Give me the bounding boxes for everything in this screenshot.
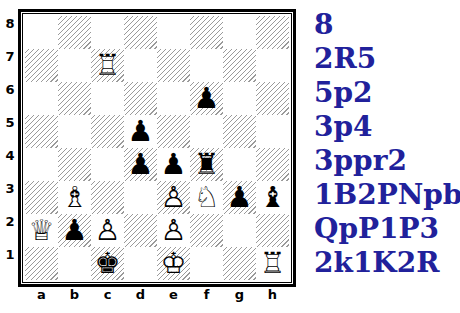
black-pawn: ♟ [124,115,157,148]
file-labels: a b c d e f g h [25,287,296,307]
piece-fill-layer: ♝ [58,181,91,214]
square-e3: ♟♙ [157,181,190,214]
square-b4 [58,148,91,181]
rank-labels: 8 7 6 5 4 3 2 1 [2,9,18,280]
square-e2: ♟♙ [157,214,190,247]
file-label-a: a [25,287,58,307]
square-g4 [223,148,256,181]
black-rook: ♜ [190,148,223,181]
white-rook: ♖ [256,247,289,280]
file-label-f: f [190,287,223,307]
file-label-b: b [58,287,91,307]
piece-fill-layer: ♛ [25,214,58,247]
square-f3: ♞♘ [190,181,223,214]
black-pawn: ♟ [58,214,91,247]
square-c6 [91,82,124,115]
square-h3: ♝♝ [256,181,289,214]
white-knight: ♘ [190,181,223,214]
square-h1: ♜♖ [256,247,289,280]
fen-notation-panel: 8 2R5 5p2 3p4 3ppr2 1B2PNpb QpP1P3 2k1K2… [314,8,460,280]
rank-label-1: 1 [2,247,18,280]
piece-fill-layer: ♟ [58,214,91,247]
file-label-g: g [223,287,256,307]
square-c2: ♟♙ [91,214,124,247]
square-f1 [190,247,223,280]
board-border-outer: ♜♖♟♟♟♟♟♟♟♟♜♜♝♗♟♙♞♘♟♟♝♝♛♕♟♟♟♙♟♙♚♚♚♔♜♖ [18,9,296,287]
square-f2 [190,214,223,247]
square-g5 [223,115,256,148]
square-h4 [256,148,289,181]
piece-fill-layer: ♚ [91,247,124,280]
piece-fill-layer: ♟ [124,148,157,181]
chess-diagram: 8 7 6 5 4 3 2 1 ♜♖♟♟♟♟♟♟♟♟♜♜♝♗♟♙♞♘♟♟♝♝♛♕… [2,9,296,307]
square-a3 [25,181,58,214]
square-b7 [58,49,91,82]
square-b8 [58,16,91,49]
square-d2 [124,214,157,247]
fen-line-rank6: 5p2 [314,76,460,110]
square-c8 [91,16,124,49]
piece-fill-layer: ♜ [256,247,289,280]
square-b6 [58,82,91,115]
square-a1 [25,247,58,280]
square-e6 [157,82,190,115]
black-pawn: ♟ [190,82,223,115]
rank-label-7: 7 [2,49,18,82]
square-a8 [25,16,58,49]
fen-line-rank4: 3ppr2 [314,144,460,178]
piece-fill-layer: ♝ [256,181,289,214]
square-g1 [223,247,256,280]
rank-label-8: 8 [2,16,18,49]
square-e4: ♟♟ [157,148,190,181]
file-label-d: d [124,287,157,307]
square-h2 [256,214,289,247]
piece-fill-layer: ♜ [190,148,223,181]
piece-fill-layer: ♟ [157,148,190,181]
square-h8 [256,16,289,49]
piece-fill-layer: ♚ [157,247,190,280]
rank-label-5: 5 [2,115,18,148]
file-label-h: h [256,287,289,307]
rank-label-2: 2 [2,214,18,247]
square-d4: ♟♟ [124,148,157,181]
chess-board: ♜♖♟♟♟♟♟♟♟♟♜♜♝♗♟♙♞♘♟♟♝♝♛♕♟♟♟♙♟♙♚♚♚♔♜♖ [25,16,289,280]
square-c7: ♜♖ [91,49,124,82]
file-label-e: e [157,287,190,307]
piece-fill-layer: ♟ [91,214,124,247]
piece-fill-layer: ♟ [157,181,190,214]
black-bishop: ♝ [256,181,289,214]
piece-fill-layer: ♟ [124,115,157,148]
square-a7 [25,49,58,82]
fen-line-rank5: 3p4 [314,110,460,144]
square-e8 [157,16,190,49]
square-h6 [256,82,289,115]
rank-label-4: 4 [2,148,18,181]
piece-fill-layer: ♞ [190,181,223,214]
square-c4 [91,148,124,181]
fen-line-rank2: QpP1P3 [314,212,460,246]
square-d1 [124,247,157,280]
square-a4 [25,148,58,181]
piece-fill-layer: ♟ [223,181,256,214]
rank-label-6: 6 [2,82,18,115]
fen-line-rank3: 1B2PNpb [314,178,460,212]
square-d8 [124,16,157,49]
square-a6 [25,82,58,115]
chess-puzzle-page: 8 7 6 5 4 3 2 1 ♜♖♟♟♟♟♟♟♟♟♜♜♝♗♟♙♞♘♟♟♝♝♛♕… [0,0,460,313]
square-a5 [25,115,58,148]
square-c5 [91,115,124,148]
black-king: ♚ [91,247,124,280]
square-f8 [190,16,223,49]
square-g7 [223,49,256,82]
board-border-inner: ♜♖♟♟♟♟♟♟♟♟♜♜♝♗♟♙♞♘♟♟♝♝♛♕♟♟♟♙♟♙♚♚♚♔♜♖ [22,13,292,283]
black-pawn: ♟ [124,148,157,181]
fen-line-rank7: 2R5 [314,42,460,76]
square-h5 [256,115,289,148]
square-f5 [190,115,223,148]
square-d6 [124,82,157,115]
file-label-c: c [91,287,124,307]
square-c1: ♚♚ [91,247,124,280]
square-h7 [256,49,289,82]
rank-label-3: 3 [2,181,18,214]
square-g6 [223,82,256,115]
square-a2: ♛♕ [25,214,58,247]
square-f4: ♜♜ [190,148,223,181]
fen-line-rank1: 2k1K2R [314,246,460,280]
square-b2: ♟♟ [58,214,91,247]
square-g8 [223,16,256,49]
white-pawn: ♙ [157,181,190,214]
piece-fill-layer: ♟ [157,214,190,247]
white-king: ♔ [157,247,190,280]
square-d5: ♟♟ [124,115,157,148]
white-queen: ♕ [25,214,58,247]
fen-line-rank8: 8 [314,8,460,42]
square-b1 [58,247,91,280]
white-pawn: ♙ [91,214,124,247]
white-rook: ♖ [91,49,124,82]
square-g2 [223,214,256,247]
square-c3 [91,181,124,214]
square-f6: ♟♟ [190,82,223,115]
piece-fill-layer: ♟ [190,82,223,115]
white-bishop: ♗ [58,181,91,214]
square-b5 [58,115,91,148]
square-d3 [124,181,157,214]
black-pawn: ♟ [157,148,190,181]
square-e7 [157,49,190,82]
white-pawn: ♙ [157,214,190,247]
piece-fill-layer: ♜ [91,49,124,82]
black-pawn: ♟ [223,181,256,214]
square-d7 [124,49,157,82]
square-e5 [157,115,190,148]
square-e1: ♚♔ [157,247,190,280]
square-b3: ♝♗ [58,181,91,214]
square-g3: ♟♟ [223,181,256,214]
square-f7 [190,49,223,82]
